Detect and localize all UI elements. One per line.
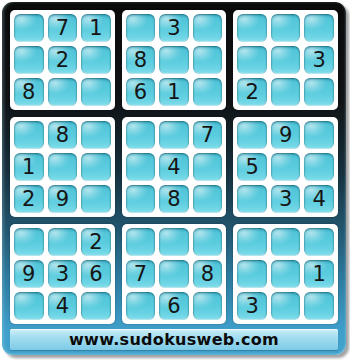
- sudoku-board: 7128386132812974895342936478613 www.sudo…: [2, 2, 346, 355]
- cell-r4c2[interactable]: 8: [48, 121, 78, 149]
- cell-r5c8[interactable]: [271, 153, 301, 181]
- cell-r2c2[interactable]: 2: [48, 46, 78, 74]
- cell-r9c7[interactable]: 3: [237, 292, 267, 320]
- block-2-0: 29364: [10, 224, 115, 324]
- cell-r4c7[interactable]: [237, 121, 267, 149]
- cell-r1c9[interactable]: [304, 14, 334, 42]
- cell-r7c6[interactable]: [193, 228, 223, 256]
- cell-r4c9[interactable]: [304, 121, 334, 149]
- cell-r6c4[interactable]: [126, 185, 156, 213]
- cell-r2c7[interactable]: [237, 46, 267, 74]
- cell-r9c6[interactable]: [193, 292, 223, 320]
- cell-r8c8[interactable]: [271, 260, 301, 288]
- cell-r2c4[interactable]: 8: [126, 46, 156, 74]
- cell-r7c7[interactable]: [237, 228, 267, 256]
- cell-r4c5[interactable]: [159, 121, 189, 149]
- cell-r3c2[interactable]: [48, 78, 78, 106]
- cell-r2c1[interactable]: [14, 46, 44, 74]
- cell-r8c4[interactable]: 7: [126, 260, 156, 288]
- cell-r4c1[interactable]: [14, 121, 44, 149]
- cell-r2c6[interactable]: [193, 46, 223, 74]
- block-2-1: 786: [122, 224, 227, 324]
- cell-r6c5[interactable]: 8: [159, 185, 189, 213]
- cell-r8c1[interactable]: 9: [14, 260, 44, 288]
- block-0-0: 7128: [10, 10, 115, 110]
- cell-r3c8[interactable]: [271, 78, 301, 106]
- board-blocks: 7128386132812974895342936478613: [10, 10, 338, 324]
- cell-r9c5[interactable]: 6: [159, 292, 189, 320]
- cell-r6c2[interactable]: 9: [48, 185, 78, 213]
- cell-r7c8[interactable]: [271, 228, 301, 256]
- cell-r2c9[interactable]: 3: [304, 46, 334, 74]
- block-0-1: 3861: [122, 10, 227, 110]
- cell-r4c6[interactable]: 7: [193, 121, 223, 149]
- cell-r9c9[interactable]: [304, 292, 334, 320]
- cell-r7c3[interactable]: 2: [81, 228, 111, 256]
- cell-r3c3[interactable]: [81, 78, 111, 106]
- block-1-0: 8129: [10, 117, 115, 217]
- cell-r7c9[interactable]: [304, 228, 334, 256]
- cell-r8c5[interactable]: [159, 260, 189, 288]
- cell-r6c3[interactable]: [81, 185, 111, 213]
- cell-r5c6[interactable]: [193, 153, 223, 181]
- cell-r9c2[interactable]: 4: [48, 292, 78, 320]
- cell-r5c1[interactable]: 1: [14, 153, 44, 181]
- cell-r5c5[interactable]: 4: [159, 153, 189, 181]
- cell-r8c3[interactable]: 6: [81, 260, 111, 288]
- site-url: www.sudokusweb.com: [69, 330, 279, 349]
- cell-r4c3[interactable]: [81, 121, 111, 149]
- cell-r1c7[interactable]: [237, 14, 267, 42]
- cell-r4c4[interactable]: [126, 121, 156, 149]
- cell-r7c5[interactable]: [159, 228, 189, 256]
- cell-r3c9[interactable]: [304, 78, 334, 106]
- cell-r7c1[interactable]: [14, 228, 44, 256]
- cell-r6c1[interactable]: 2: [14, 185, 44, 213]
- cell-r8c6[interactable]: 8: [193, 260, 223, 288]
- block-1-2: 9534: [233, 117, 338, 217]
- block-0-2: 32: [233, 10, 338, 110]
- cell-r6c9[interactable]: 4: [304, 185, 334, 213]
- cell-r2c8[interactable]: [271, 46, 301, 74]
- cell-r7c4[interactable]: [126, 228, 156, 256]
- block-2-2: 13: [233, 224, 338, 324]
- cell-r6c7[interactable]: [237, 185, 267, 213]
- cell-r1c2[interactable]: 7: [48, 14, 78, 42]
- cell-r3c1[interactable]: 8: [14, 78, 44, 106]
- cell-r8c7[interactable]: [237, 260, 267, 288]
- cell-r1c6[interactable]: [193, 14, 223, 42]
- cell-r1c4[interactable]: [126, 14, 156, 42]
- cell-r6c8[interactable]: 3: [271, 185, 301, 213]
- cell-r1c1[interactable]: [14, 14, 44, 42]
- cell-r5c7[interactable]: 5: [237, 153, 267, 181]
- cell-r2c5[interactable]: [159, 46, 189, 74]
- cell-r3c5[interactable]: 1: [159, 78, 189, 106]
- cell-r9c3[interactable]: [81, 292, 111, 320]
- cell-r3c6[interactable]: [193, 78, 223, 106]
- cell-r8c2[interactable]: 3: [48, 260, 78, 288]
- cell-r1c3[interactable]: 1: [81, 14, 111, 42]
- cell-r9c1[interactable]: [14, 292, 44, 320]
- cell-r3c7[interactable]: 2: [237, 78, 267, 106]
- cell-r4c8[interactable]: 9: [271, 121, 301, 149]
- cell-r8c9[interactable]: 1: [304, 260, 334, 288]
- site-footer: www.sudokusweb.com: [10, 329, 338, 350]
- cell-r1c5[interactable]: 3: [159, 14, 189, 42]
- cell-r5c9[interactable]: [304, 153, 334, 181]
- cell-r9c4[interactable]: [126, 292, 156, 320]
- cell-r9c8[interactable]: [271, 292, 301, 320]
- cell-r5c3[interactable]: [81, 153, 111, 181]
- cell-r6c6[interactable]: [193, 185, 223, 213]
- cell-r7c2[interactable]: [48, 228, 78, 256]
- cell-r5c4[interactable]: [126, 153, 156, 181]
- cell-r5c2[interactable]: [48, 153, 78, 181]
- cell-r1c8[interactable]: [271, 14, 301, 42]
- cell-r2c3[interactable]: [81, 46, 111, 74]
- cell-r3c4[interactable]: 6: [126, 78, 156, 106]
- block-1-1: 748: [122, 117, 227, 217]
